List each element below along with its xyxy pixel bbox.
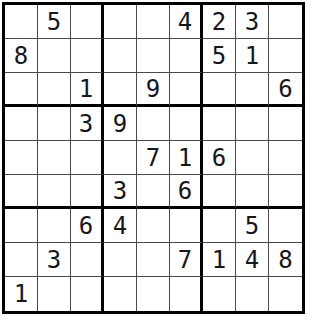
cell-r7c1[interactable] [5,209,38,243]
cell-r8c7[interactable]: 1 [203,243,236,277]
cell-r3c8[interactable] [236,73,269,107]
cell-r5c9[interactable] [269,141,302,175]
cell-r6c3[interactable] [71,175,104,209]
cell-r4c1[interactable] [5,107,38,141]
cell-r2c9[interactable] [269,39,302,73]
cell-r9c8[interactable] [236,277,269,311]
cell-r8c4[interactable] [104,243,137,277]
cell-r3c2[interactable] [38,73,71,107]
cell-r8c1[interactable] [5,243,38,277]
cell-r2c6[interactable] [170,39,203,73]
cell-r1c9[interactable] [269,5,302,39]
cell-r1c6[interactable]: 4 [170,5,203,39]
cell-r3c9[interactable]: 6 [269,73,302,107]
cell-r2c7[interactable]: 5 [203,39,236,73]
cell-r4c9[interactable] [269,107,302,141]
cell-r8c6[interactable]: 7 [170,243,203,277]
cell-r5c7[interactable]: 6 [203,141,236,175]
sudoku-board: 54238511963971636645371481 [2,2,305,314]
cell-r2c2[interactable] [38,39,71,73]
cell-r7c3[interactable]: 6 [71,209,104,243]
cell-r5c5[interactable]: 7 [137,141,170,175]
cell-r6c4[interactable]: 3 [104,175,137,209]
cell-r5c3[interactable] [71,141,104,175]
cell-r1c2[interactable]: 5 [38,5,71,39]
cell-r6c2[interactable] [38,175,71,209]
cell-r6c8[interactable] [236,175,269,209]
cell-r5c4[interactable] [104,141,137,175]
cell-r4c8[interactable] [236,107,269,141]
cell-r3c3[interactable]: 1 [71,73,104,107]
cell-r9c7[interactable] [203,277,236,311]
cell-r2c5[interactable] [137,39,170,73]
cell-r6c7[interactable] [203,175,236,209]
cell-r7c8[interactable]: 5 [236,209,269,243]
cell-r9c3[interactable] [71,277,104,311]
cell-r3c4[interactable] [104,73,137,107]
cell-r5c6[interactable]: 1 [170,141,203,175]
cell-r8c8[interactable]: 4 [236,243,269,277]
cell-r3c6[interactable] [170,73,203,107]
cell-r1c3[interactable] [71,5,104,39]
cell-r4c2[interactable] [38,107,71,141]
cell-r5c8[interactable] [236,141,269,175]
page-background: 54238511963971636645371481 [0,0,312,320]
cell-r4c6[interactable] [170,107,203,141]
cell-r6c1[interactable] [5,175,38,209]
cell-r1c8[interactable]: 3 [236,5,269,39]
cell-r7c2[interactable] [38,209,71,243]
cell-r1c1[interactable] [5,5,38,39]
cell-r3c7[interactable] [203,73,236,107]
cell-r7c4[interactable]: 4 [104,209,137,243]
cell-r8c3[interactable] [71,243,104,277]
cell-r1c4[interactable] [104,5,137,39]
cell-r2c8[interactable]: 1 [236,39,269,73]
cell-r1c7[interactable]: 2 [203,5,236,39]
cell-r9c9[interactable] [269,277,302,311]
cell-r9c1[interactable]: 1 [5,277,38,311]
cell-r4c5[interactable] [137,107,170,141]
cell-r7c9[interactable] [269,209,302,243]
cell-r9c2[interactable] [38,277,71,311]
cell-r5c1[interactable] [5,141,38,175]
cell-r2c4[interactable] [104,39,137,73]
cell-r2c1[interactable]: 8 [5,39,38,73]
cell-r9c5[interactable] [137,277,170,311]
cell-r3c5[interactable]: 9 [137,73,170,107]
cell-r6c6[interactable]: 6 [170,175,203,209]
cell-r4c3[interactable]: 3 [71,107,104,141]
cell-r9c6[interactable] [170,277,203,311]
cell-r4c4[interactable]: 9 [104,107,137,141]
cell-r4c7[interactable] [203,107,236,141]
cell-r8c5[interactable] [137,243,170,277]
cell-r7c5[interactable] [137,209,170,243]
cell-r8c9[interactable]: 8 [269,243,302,277]
cell-r7c6[interactable] [170,209,203,243]
cell-r1c5[interactable] [137,5,170,39]
cell-r8c2[interactable]: 3 [38,243,71,277]
cell-r6c5[interactable] [137,175,170,209]
cell-r2c3[interactable] [71,39,104,73]
cell-r3c1[interactable] [5,73,38,107]
cell-r5c2[interactable] [38,141,71,175]
cell-r7c7[interactable] [203,209,236,243]
cell-r6c9[interactable] [269,175,302,209]
cell-r9c4[interactable] [104,277,137,311]
